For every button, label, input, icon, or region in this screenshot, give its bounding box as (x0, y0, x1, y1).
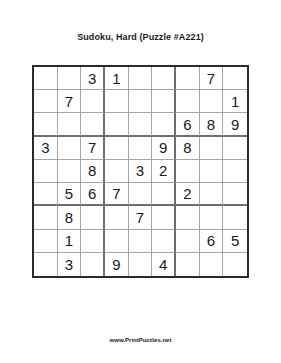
cell-r9c3[interactable] (81, 253, 105, 276)
cell-r5c2[interactable] (58, 160, 82, 183)
cell-r3c3[interactable] (81, 113, 105, 136)
cell-r4c4[interactable] (105, 137, 129, 160)
cell-r3c8: 8 (200, 113, 224, 136)
cell-r7c3[interactable] (81, 206, 105, 229)
cell-r3c4[interactable] (105, 113, 129, 136)
cell-r2c7[interactable] (176, 90, 200, 113)
cell-r6c7: 2 (176, 183, 200, 206)
cell-r6c4: 7 (105, 183, 129, 206)
cell-r1c6[interactable] (152, 67, 176, 90)
cell-r7c2: 8 (58, 206, 82, 229)
cell-r1c1[interactable] (34, 67, 58, 90)
cell-r8c4[interactable] (105, 230, 129, 253)
cell-r6c3: 6 (81, 183, 105, 206)
cell-r1c7[interactable] (176, 67, 200, 90)
cell-r6c5[interactable] (129, 183, 153, 206)
cell-r2c3[interactable] (81, 90, 105, 113)
cell-r5c9[interactable] (223, 160, 247, 183)
cell-r7c8[interactable] (200, 206, 224, 229)
cell-r8c5[interactable] (129, 230, 153, 253)
cell-r9c2: 3 (58, 253, 82, 276)
cell-r6c8[interactable] (200, 183, 224, 206)
cell-r3c6[interactable] (152, 113, 176, 136)
cell-r5c4[interactable] (105, 160, 129, 183)
cell-r2c1[interactable] (34, 90, 58, 113)
cell-r9c1[interactable] (34, 253, 58, 276)
cell-r2c9: 1 (223, 90, 247, 113)
cell-r6c1[interactable] (34, 183, 58, 206)
cell-r6c6[interactable] (152, 183, 176, 206)
cell-r7c9[interactable] (223, 206, 247, 229)
cell-r8c2: 1 (58, 230, 82, 253)
cell-r9c8[interactable] (200, 253, 224, 276)
cell-r7c5: 7 (129, 206, 153, 229)
cell-r1c8: 7 (200, 67, 224, 90)
cell-r5c8[interactable] (200, 160, 224, 183)
cell-r9c7[interactable] (176, 253, 200, 276)
printable-sudoku-page: Sudoku, Hard (Puzzle #A221) 317716893798… (0, 0, 281, 363)
cell-r5c5: 3 (129, 160, 153, 183)
cell-r8c1[interactable] (34, 230, 58, 253)
cell-r5c7[interactable] (176, 160, 200, 183)
cell-r1c4: 1 (105, 67, 129, 90)
cell-r4c1: 3 (34, 137, 58, 160)
cell-r3c5[interactable] (129, 113, 153, 136)
footer-url: www.PrintPuzzles.net (0, 337, 281, 343)
cell-r9c5[interactable] (129, 253, 153, 276)
cell-r3c7: 6 (176, 113, 200, 136)
cell-r3c9: 9 (223, 113, 247, 136)
cell-r2c6[interactable] (152, 90, 176, 113)
cell-r4c9[interactable] (223, 137, 247, 160)
cell-r2c5[interactable] (129, 90, 153, 113)
cell-r8c8: 6 (200, 230, 224, 253)
cell-r5c1[interactable] (34, 160, 58, 183)
cell-r2c2: 7 (58, 90, 82, 113)
cell-r8c6[interactable] (152, 230, 176, 253)
sudoku-grid: 317716893798832567287165394 (32, 65, 249, 278)
cell-r6c9[interactable] (223, 183, 247, 206)
cell-r7c1[interactable] (34, 206, 58, 229)
cell-r8c7[interactable] (176, 230, 200, 253)
cell-r1c9[interactable] (223, 67, 247, 90)
cell-r9c4: 9 (105, 253, 129, 276)
cell-r9c6: 4 (152, 253, 176, 276)
cell-r3c2[interactable] (58, 113, 82, 136)
cell-r2c4[interactable] (105, 90, 129, 113)
cell-r4c3: 7 (81, 137, 105, 160)
cell-r4c8[interactable] (200, 137, 224, 160)
cell-r1c3: 3 (81, 67, 105, 90)
cell-r8c3[interactable] (81, 230, 105, 253)
cell-r4c6: 9 (152, 137, 176, 160)
cell-r7c7[interactable] (176, 206, 200, 229)
cell-r1c5[interactable] (129, 67, 153, 90)
cell-r8c9: 5 (223, 230, 247, 253)
cell-r3c1[interactable] (34, 113, 58, 136)
puzzle-title: Sudoku, Hard (Puzzle #A221) (0, 32, 281, 42)
cell-r7c4[interactable] (105, 206, 129, 229)
cell-r5c6: 2 (152, 160, 176, 183)
cell-r1c2[interactable] (58, 67, 82, 90)
cell-r7c6[interactable] (152, 206, 176, 229)
cell-r2c8[interactable] (200, 90, 224, 113)
cell-r5c3: 8 (81, 160, 105, 183)
cell-r9c9[interactable] (223, 253, 247, 276)
cell-r6c2: 5 (58, 183, 82, 206)
cell-r4c5[interactable] (129, 137, 153, 160)
cell-r4c7: 8 (176, 137, 200, 160)
cell-r4c2[interactable] (58, 137, 82, 160)
